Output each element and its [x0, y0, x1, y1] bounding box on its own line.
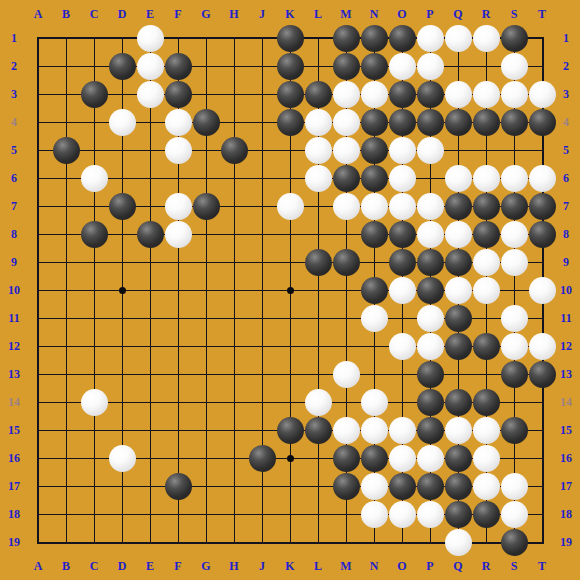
black-stone-K4	[277, 109, 304, 136]
column-label-D-bottom: D	[118, 560, 127, 572]
black-stone-B5	[53, 137, 80, 164]
white-stone-E3	[137, 81, 164, 108]
column-label-H-top: H	[229, 8, 238, 20]
black-stone-N8	[361, 221, 388, 248]
black-stone-O4	[389, 109, 416, 136]
star-point-K16	[287, 455, 294, 462]
row-label-17-left: 17	[8, 480, 20, 492]
black-stone-Q7	[445, 193, 472, 220]
black-stone-E8	[137, 221, 164, 248]
row-label-10-left: 10	[8, 284, 20, 296]
black-stone-N1	[361, 25, 388, 52]
white-stone-N7	[361, 193, 388, 220]
black-stone-P14	[417, 389, 444, 416]
white-stone-C6	[81, 165, 108, 192]
column-label-B-top: B	[62, 8, 70, 20]
black-stone-Q14	[445, 389, 472, 416]
black-stone-M1	[333, 25, 360, 52]
row-label-16-right: 16	[560, 452, 572, 464]
black-stone-P3	[417, 81, 444, 108]
row-label-4-left: 4	[11, 116, 17, 128]
white-stone-D4	[109, 109, 136, 136]
row-label-17-right: 17	[560, 480, 572, 492]
row-label-12-left: 12	[8, 340, 20, 352]
white-stone-S3	[501, 81, 528, 108]
black-stone-M6	[333, 165, 360, 192]
black-stone-K15	[277, 417, 304, 444]
white-stone-Q19	[445, 529, 472, 556]
black-stone-L9	[305, 249, 332, 276]
column-label-M-bottom: M	[340, 560, 351, 572]
white-stone-Q1	[445, 25, 472, 52]
column-label-H-bottom: H	[229, 560, 238, 572]
column-label-D-top: D	[118, 8, 127, 20]
black-stone-P10	[417, 277, 444, 304]
black-stone-S7	[501, 193, 528, 220]
star-point-K10	[287, 287, 294, 294]
black-stone-R14	[473, 389, 500, 416]
black-stone-F3	[165, 81, 192, 108]
white-stone-Q10	[445, 277, 472, 304]
column-label-E-bottom: E	[146, 560, 154, 572]
white-stone-N17	[361, 473, 388, 500]
white-stone-R16	[473, 445, 500, 472]
white-stone-M3	[333, 81, 360, 108]
white-stone-N3	[361, 81, 388, 108]
black-stone-O17	[389, 473, 416, 500]
column-label-F-top: F	[174, 8, 181, 20]
white-stone-N15	[361, 417, 388, 444]
black-stone-R12	[473, 333, 500, 360]
black-stone-F2	[165, 53, 192, 80]
black-stone-N4	[361, 109, 388, 136]
white-stone-K7	[277, 193, 304, 220]
row-label-19-left: 19	[8, 536, 20, 548]
white-stone-P8	[417, 221, 444, 248]
row-label-13-right: 13	[560, 368, 572, 380]
white-stone-T10	[529, 277, 556, 304]
row-label-9-right: 9	[563, 256, 569, 268]
column-label-O-bottom: O	[397, 560, 406, 572]
row-label-3-left: 3	[11, 88, 17, 100]
column-label-G-top: G	[201, 8, 210, 20]
white-stone-L14	[305, 389, 332, 416]
column-label-J-top: J	[259, 8, 265, 20]
white-stone-N11	[361, 305, 388, 332]
white-stone-P16	[417, 445, 444, 472]
column-label-O-top: O	[397, 8, 406, 20]
column-label-S-top: S	[511, 8, 518, 20]
row-label-18-left: 18	[8, 508, 20, 520]
row-label-6-left: 6	[11, 172, 17, 184]
white-stone-P12	[417, 333, 444, 360]
row-label-19-right: 19	[560, 536, 572, 548]
column-label-P-bottom: P	[426, 560, 433, 572]
black-stone-M17	[333, 473, 360, 500]
black-stone-M16	[333, 445, 360, 472]
white-stone-M7	[333, 193, 360, 220]
row-label-9-left: 9	[11, 256, 17, 268]
go-board[interactable]: AABBCCDDEEFFGGHHJJKKLLMMNNOOPPQQRRSSTT11…	[0, 0, 580, 580]
white-stone-T3	[529, 81, 556, 108]
white-stone-S8	[501, 221, 528, 248]
white-stone-C14	[81, 389, 108, 416]
row-label-5-left: 5	[11, 144, 17, 156]
black-stone-N5	[361, 137, 388, 164]
black-stone-P15	[417, 417, 444, 444]
white-stone-O16	[389, 445, 416, 472]
black-stone-N10	[361, 277, 388, 304]
black-stone-M2	[333, 53, 360, 80]
black-stone-T13	[529, 361, 556, 388]
black-stone-R8	[473, 221, 500, 248]
white-stone-S6	[501, 165, 528, 192]
row-label-7-right: 7	[563, 200, 569, 212]
row-label-11-right: 11	[560, 312, 571, 324]
row-label-1-left: 1	[11, 32, 17, 44]
black-stone-K3	[277, 81, 304, 108]
black-stone-Q11	[445, 305, 472, 332]
star-point-D10	[119, 287, 126, 294]
row-label-2-right: 2	[563, 60, 569, 72]
column-label-P-top: P	[426, 8, 433, 20]
white-stone-R3	[473, 81, 500, 108]
white-stone-Q3	[445, 81, 472, 108]
column-label-Q-bottom: Q	[453, 560, 462, 572]
row-label-1-right: 1	[563, 32, 569, 44]
black-stone-S4	[501, 109, 528, 136]
black-stone-P13	[417, 361, 444, 388]
column-label-Q-top: Q	[453, 8, 462, 20]
column-label-T-bottom: T	[538, 560, 546, 572]
column-label-M-top: M	[340, 8, 351, 20]
white-stone-P11	[417, 305, 444, 332]
white-stone-Q6	[445, 165, 472, 192]
white-stone-R9	[473, 249, 500, 276]
black-stone-J16	[249, 445, 276, 472]
row-label-11-left: 11	[8, 312, 19, 324]
white-stone-R1	[473, 25, 500, 52]
black-stone-R4	[473, 109, 500, 136]
black-stone-K1	[277, 25, 304, 52]
column-label-A-top: A	[34, 8, 43, 20]
white-stone-S2	[501, 53, 528, 80]
row-label-14-right: 14	[560, 396, 572, 408]
row-label-13-left: 13	[8, 368, 20, 380]
black-stone-S19	[501, 529, 528, 556]
black-stone-P17	[417, 473, 444, 500]
column-label-L-top: L	[314, 8, 322, 20]
black-stone-R18	[473, 501, 500, 528]
black-stone-S1	[501, 25, 528, 52]
black-stone-O9	[389, 249, 416, 276]
white-stone-M15	[333, 417, 360, 444]
black-stone-Q17	[445, 473, 472, 500]
column-label-N-top: N	[370, 8, 379, 20]
black-stone-S15	[501, 417, 528, 444]
white-stone-O10	[389, 277, 416, 304]
black-stone-N6	[361, 165, 388, 192]
black-stone-D7	[109, 193, 136, 220]
white-stone-F8	[165, 221, 192, 248]
black-stone-Q9	[445, 249, 472, 276]
black-stone-C8	[81, 221, 108, 248]
black-stone-P9	[417, 249, 444, 276]
white-stone-N14	[361, 389, 388, 416]
white-stone-P5	[417, 137, 444, 164]
column-label-R-bottom: R	[482, 560, 491, 572]
white-stone-S11	[501, 305, 528, 332]
white-stone-T12	[529, 333, 556, 360]
black-stone-R7	[473, 193, 500, 220]
white-stone-O5	[389, 137, 416, 164]
row-label-8-right: 8	[563, 228, 569, 240]
row-label-10-right: 10	[560, 284, 572, 296]
black-stone-G7	[193, 193, 220, 220]
column-label-C-bottom: C	[90, 560, 99, 572]
white-stone-D16	[109, 445, 136, 472]
column-label-K-top: K	[285, 8, 294, 20]
white-stone-M13	[333, 361, 360, 388]
black-stone-N16	[361, 445, 388, 472]
white-stone-Q15	[445, 417, 472, 444]
black-stone-N2	[361, 53, 388, 80]
column-label-L-bottom: L	[314, 560, 322, 572]
white-stone-S12	[501, 333, 528, 360]
row-label-14-left: 14	[8, 396, 20, 408]
black-stone-Q16	[445, 445, 472, 472]
white-stone-O7	[389, 193, 416, 220]
white-stone-T6	[529, 165, 556, 192]
black-stone-C3	[81, 81, 108, 108]
black-stone-H5	[221, 137, 248, 164]
white-stone-O2	[389, 53, 416, 80]
white-stone-F4	[165, 109, 192, 136]
row-label-7-left: 7	[11, 200, 17, 212]
column-label-E-top: E	[146, 8, 154, 20]
row-label-3-right: 3	[563, 88, 569, 100]
column-label-N-bottom: N	[370, 560, 379, 572]
row-label-15-right: 15	[560, 424, 572, 436]
white-stone-P1	[417, 25, 444, 52]
white-stone-Q8	[445, 221, 472, 248]
white-stone-S17	[501, 473, 528, 500]
black-stone-L3	[305, 81, 332, 108]
black-stone-F17	[165, 473, 192, 500]
white-stone-L6	[305, 165, 332, 192]
white-stone-P2	[417, 53, 444, 80]
white-stone-P18	[417, 501, 444, 528]
black-stone-D2	[109, 53, 136, 80]
row-label-8-left: 8	[11, 228, 17, 240]
black-stone-K2	[277, 53, 304, 80]
black-stone-T7	[529, 193, 556, 220]
black-stone-Q4	[445, 109, 472, 136]
black-stone-G4	[193, 109, 220, 136]
black-stone-M9	[333, 249, 360, 276]
column-label-S-bottom: S	[511, 560, 518, 572]
row-label-2-left: 2	[11, 60, 17, 72]
white-stone-R10	[473, 277, 500, 304]
column-label-J-bottom: J	[259, 560, 265, 572]
black-stone-O3	[389, 81, 416, 108]
row-label-18-right: 18	[560, 508, 572, 520]
black-stone-T8	[529, 221, 556, 248]
column-label-C-top: C	[90, 8, 99, 20]
black-stone-Q18	[445, 501, 472, 528]
black-stone-Q12	[445, 333, 472, 360]
black-stone-L15	[305, 417, 332, 444]
white-stone-S9	[501, 249, 528, 276]
row-label-12-right: 12	[560, 340, 572, 352]
white-stone-E1	[137, 25, 164, 52]
black-stone-O1	[389, 25, 416, 52]
white-stone-O12	[389, 333, 416, 360]
row-label-4-right: 4	[563, 116, 569, 128]
white-stone-R15	[473, 417, 500, 444]
row-label-5-right: 5	[563, 144, 569, 156]
column-label-T-top: T	[538, 8, 546, 20]
white-stone-M5	[333, 137, 360, 164]
black-stone-O8	[389, 221, 416, 248]
column-label-A-bottom: A	[34, 560, 43, 572]
white-stone-F5	[165, 137, 192, 164]
white-stone-P7	[417, 193, 444, 220]
white-stone-R17	[473, 473, 500, 500]
row-label-6-right: 6	[563, 172, 569, 184]
column-label-K-bottom: K	[285, 560, 294, 572]
row-label-16-left: 16	[8, 452, 20, 464]
white-stone-E2	[137, 53, 164, 80]
white-stone-M4	[333, 109, 360, 136]
white-stone-O18	[389, 501, 416, 528]
white-stone-S18	[501, 501, 528, 528]
column-label-R-top: R	[482, 8, 491, 20]
white-stone-F7	[165, 193, 192, 220]
column-label-B-bottom: B	[62, 560, 70, 572]
row-label-15-left: 15	[8, 424, 20, 436]
white-stone-O15	[389, 417, 416, 444]
black-stone-P4	[417, 109, 444, 136]
column-label-G-bottom: G	[201, 560, 210, 572]
white-stone-L5	[305, 137, 332, 164]
black-stone-S13	[501, 361, 528, 388]
white-stone-N18	[361, 501, 388, 528]
white-stone-L4	[305, 109, 332, 136]
white-stone-O6	[389, 165, 416, 192]
white-stone-R6	[473, 165, 500, 192]
column-label-F-bottom: F	[174, 560, 181, 572]
black-stone-T4	[529, 109, 556, 136]
